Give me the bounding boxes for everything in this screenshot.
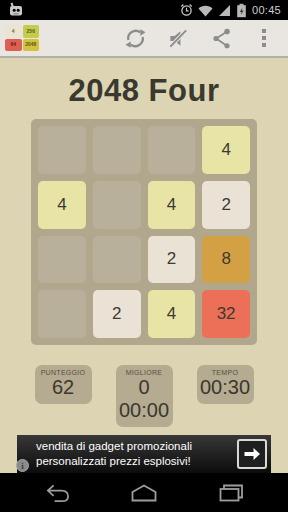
wifi-icon (198, 4, 213, 17)
sound-muted-icon (167, 27, 190, 50)
share-icon (210, 27, 232, 50)
app-icon-tile-2048: 2048 (23, 39, 40, 52)
board-cell-empty (93, 181, 141, 229)
battery-charging-icon (236, 3, 247, 18)
tile-32: 32 (202, 290, 250, 338)
score-value: 62 (35, 376, 92, 399)
tile-2: 2 (93, 290, 141, 338)
board-cell-empty (93, 126, 141, 174)
stats-row: PUNTEGGIO 62 MIGLIORE 0 00:00 TEMPO 00:3… (0, 365, 288, 427)
app-icon-tile-64: 64 (5, 39, 22, 52)
ad-info-icon[interactable]: i (16, 459, 29, 472)
tile-2: 2 (202, 181, 250, 229)
board-cell-empty (38, 290, 86, 338)
ad-text: vendita di gadget promozionali personali… (36, 439, 192, 469)
best-time-value: 00:00 (116, 399, 173, 422)
back-button[interactable] (27, 478, 87, 508)
mute-button[interactable] (166, 26, 190, 50)
best-score-value: 0 (116, 376, 173, 399)
tile-8: 8 (202, 236, 250, 284)
recents-icon (217, 483, 245, 503)
navigation-bar (0, 473, 288, 512)
ad-banner[interactable]: vendita di gadget promozionali personali… (17, 435, 271, 473)
board-cell-empty (148, 126, 196, 174)
time-label: TEMPO (197, 369, 254, 376)
board-cell-empty (38, 126, 86, 174)
board-cell-empty (93, 236, 141, 284)
alarm-icon (180, 3, 193, 17)
cyanogenmod-logo-icon (7, 2, 25, 18)
home-icon (130, 484, 158, 502)
game-screen: 2048 Four 4442282432 PUNTEGGIO 62 MIGLIO… (0, 58, 288, 473)
ad-arrow-button[interactable] (237, 439, 267, 469)
ad-line-2: personalizzati prezzi esplosivi! (36, 454, 192, 469)
tile-4: 4 (148, 290, 196, 338)
recents-button[interactable] (201, 478, 261, 508)
score-label: PUNTEGGIO (35, 369, 92, 376)
app-icon-tile-256: 256 (23, 25, 40, 38)
share-button[interactable] (209, 26, 233, 50)
overflow-menu-icon (262, 29, 266, 47)
restart-button[interactable] (123, 26, 147, 50)
best-box: MIGLIORE 0 00:00 (116, 365, 173, 427)
phone-screen: 00:45 4256642048 (0, 0, 288, 512)
page-title: 2048 Four (0, 69, 288, 113)
status-clock: 00:45 (252, 4, 281, 16)
tile-2: 2 (148, 236, 196, 284)
tile-4: 4 (202, 126, 250, 174)
time-box: TEMPO 00:30 (197, 365, 254, 404)
tile-4: 4 (38, 181, 86, 229)
board-cell-empty (38, 236, 86, 284)
ad-line-1: vendita di gadget promozionali (36, 439, 192, 454)
home-button[interactable] (114, 478, 174, 508)
restart-icon (124, 27, 147, 50)
app-icon-tile-4: 4 (5, 25, 22, 38)
action-bar: 4256642048 (0, 20, 288, 58)
board[interactable]: 4442282432 (31, 119, 257, 345)
score-box: PUNTEGGIO 62 (35, 365, 92, 404)
status-bar: 00:45 (0, 0, 288, 20)
signal-icon (218, 4, 231, 17)
overflow-menu-button[interactable] (252, 26, 276, 50)
tile-4: 4 (148, 181, 196, 229)
ad-arrow-icon (243, 445, 261, 463)
app-icon[interactable]: 4256642048 (5, 25, 39, 51)
back-icon (44, 482, 71, 504)
best-label: MIGLIORE (116, 369, 173, 376)
time-value: 00:30 (197, 376, 254, 399)
